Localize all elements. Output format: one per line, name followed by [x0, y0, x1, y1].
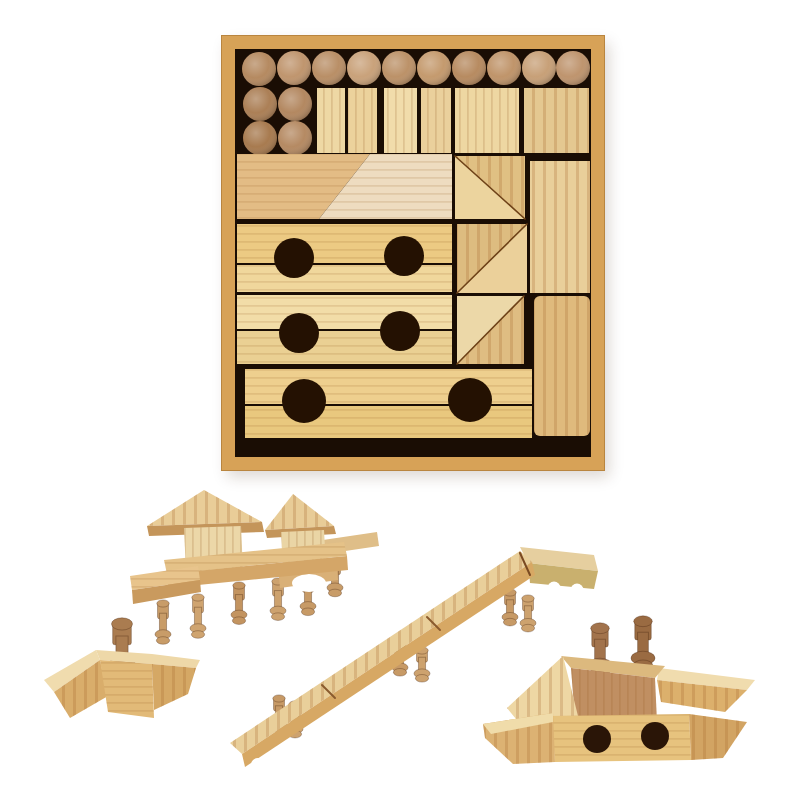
column-block	[384, 88, 417, 153]
cylinder-block	[487, 51, 521, 85]
holed-plank	[237, 331, 452, 364]
cylinder-block	[312, 51, 346, 85]
hull-block	[551, 714, 691, 762]
house-roof	[147, 490, 262, 526]
porthole-hole	[583, 725, 611, 753]
funnel-peg	[631, 616, 655, 672]
holed-plank	[237, 265, 452, 292]
cylinder-block	[242, 52, 276, 86]
cylinder-block	[278, 121, 312, 155]
column-block	[317, 88, 345, 153]
cylinder-block	[382, 51, 416, 85]
cylinder-block	[347, 51, 381, 85]
column-block	[348, 88, 377, 153]
holed-plank	[237, 295, 452, 329]
hull-block	[100, 660, 154, 718]
notch-cutout	[251, 758, 265, 772]
cylinder-block	[243, 87, 277, 121]
drilled-hole	[274, 238, 314, 278]
drilled-hole	[448, 378, 492, 422]
notch-cutout	[548, 582, 561, 595]
drilled-hole	[384, 236, 424, 276]
block-tray	[222, 36, 604, 470]
stern-wedge	[689, 714, 747, 760]
drilled-hole	[282, 379, 326, 423]
tall-pine-column	[534, 296, 590, 436]
cylinder-block	[277, 51, 311, 85]
cylinder-block	[452, 51, 486, 85]
cylinder-block	[417, 51, 451, 85]
drilled-hole	[380, 311, 420, 351]
cylinder-block	[243, 121, 277, 155]
column-block	[421, 88, 451, 153]
house-roof	[265, 494, 334, 530]
steam-boat-drawing	[483, 610, 795, 792]
tray-blocks	[235, 49, 591, 457]
cylinder-block	[556, 51, 590, 85]
wide-column-block	[455, 88, 519, 153]
corner-column-block	[524, 88, 589, 153]
steam-boat-structure	[483, 610, 795, 792]
porthole-hole	[641, 722, 669, 750]
bow-wedge	[152, 664, 196, 710]
product-photo	[0, 0, 800, 800]
drilled-hole	[279, 313, 319, 353]
tall-pine-column	[530, 161, 590, 293]
cylinder-block	[278, 87, 312, 121]
cylinder-block	[522, 51, 556, 85]
notch-cutout	[571, 584, 584, 597]
